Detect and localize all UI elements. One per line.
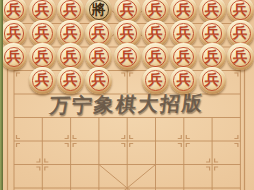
piece-glyph: 兵 <box>199 67 226 94</box>
piece-red-soldier[interactable]: 兵 <box>29 67 56 94</box>
piece-red-soldier[interactable]: 兵 <box>0 43 27 70</box>
piece-glyph: 兵 <box>85 67 112 94</box>
piece-glyph: 兵 <box>29 67 56 94</box>
piece-red-soldier[interactable]: 兵 <box>227 43 254 70</box>
piece-glyph: 兵 <box>142 67 169 94</box>
piece-red-soldier[interactable]: 兵 <box>142 67 169 94</box>
xiangqi-game-screen: 万宁象棋大招版 兵兵兵將兵兵兵兵兵兵兵兵兵兵兵兵兵兵兵兵兵兵兵兵兵兵兵兵兵兵兵兵… <box>0 0 254 190</box>
piece-glyph: 兵 <box>227 43 254 70</box>
piece-glyph: 兵 <box>114 43 141 70</box>
piece-glyph: 兵 <box>57 67 84 94</box>
piece-glyph: 兵 <box>0 43 27 70</box>
piece-red-soldier[interactable]: 兵 <box>199 67 226 94</box>
piece-red-soldier[interactable]: 兵 <box>57 67 84 94</box>
piece-red-soldier[interactable]: 兵 <box>85 67 112 94</box>
board-pieces: 兵兵兵將兵兵兵兵兵兵兵兵兵兵兵兵兵兵兵兵兵兵兵兵兵兵兵兵兵兵兵兵兵 <box>0 0 254 190</box>
screen-left-edge <box>0 0 3 190</box>
piece-red-soldier[interactable]: 兵 <box>170 67 197 94</box>
piece-red-soldier[interactable]: 兵 <box>114 43 141 70</box>
piece-glyph: 兵 <box>170 67 197 94</box>
